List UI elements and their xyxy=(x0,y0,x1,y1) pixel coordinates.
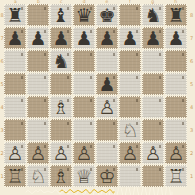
square-f8 xyxy=(119,4,141,26)
rank-label-right-4: 4 xyxy=(188,96,195,119)
square-h8: ♜ xyxy=(165,4,187,26)
black-knight-piece: ♞ xyxy=(52,51,69,71)
square-c6: ♞ xyxy=(50,50,72,72)
black-bishop-piece: ♝ xyxy=(52,5,69,25)
stamp-sheet: abcdefgh 87654321 87654321 ♜♝♛♚♞♜♟♟♟♟♟♟♟… xyxy=(0,0,195,195)
square-h2: ♙ xyxy=(165,142,187,164)
square-d5 xyxy=(73,73,95,95)
square-b1: ♘ xyxy=(27,165,49,187)
rank-label-right-2: 2 xyxy=(188,141,195,164)
square-h4 xyxy=(165,96,187,118)
square-g5 xyxy=(142,73,164,95)
square-g2: ♙ xyxy=(142,142,164,164)
square-a8: ♜ xyxy=(4,4,26,26)
black-pawn-piece: ♟ xyxy=(6,28,23,48)
square-f6 xyxy=(119,50,141,72)
square-g4 xyxy=(142,96,164,118)
white-bishop-piece: ♗ xyxy=(52,97,69,117)
white-rook-piece: ♖ xyxy=(6,166,23,186)
square-c7: ♟ xyxy=(50,27,72,49)
rank-label-right-6: 6 xyxy=(188,50,195,73)
square-h5 xyxy=(165,73,187,95)
white-rook-piece: ♖ xyxy=(167,166,184,186)
black-pawn-piece: ♟ xyxy=(98,28,115,48)
square-e3 xyxy=(96,119,118,141)
square-d6 xyxy=(73,50,95,72)
square-g6 xyxy=(142,50,164,72)
square-a7: ♟ xyxy=(4,27,26,49)
square-c1: ♗ xyxy=(50,165,72,187)
black-pawn-piece: ♟ xyxy=(144,28,161,48)
square-c3 xyxy=(50,119,72,141)
square-g8: ♞ xyxy=(142,4,164,26)
square-d1: ♕ xyxy=(73,165,95,187)
square-f5 xyxy=(119,73,141,95)
black-king-piece: ♚ xyxy=(98,5,115,25)
square-e6 xyxy=(96,50,118,72)
square-h6 xyxy=(165,50,187,72)
black-rook-piece: ♜ xyxy=(167,5,184,25)
square-a1: ♖ xyxy=(4,165,26,187)
square-e8: ♚ xyxy=(96,4,118,26)
rank-label-right-7: 7 xyxy=(188,27,195,50)
black-queen-piece: ♛ xyxy=(75,5,92,25)
white-pawn-piece: ♙ xyxy=(52,143,69,163)
square-b2: ♙ xyxy=(27,142,49,164)
square-h7: ♟ xyxy=(165,27,187,49)
square-c5 xyxy=(50,73,72,95)
square-d3 xyxy=(73,119,95,141)
square-g1 xyxy=(142,165,164,187)
square-h1: ♖ xyxy=(165,165,187,187)
square-g3 xyxy=(142,119,164,141)
square-g7: ♟ xyxy=(142,27,164,49)
black-pawn-piece: ♟ xyxy=(29,28,46,48)
rank-label-right-3: 3 xyxy=(188,118,195,141)
square-b8 xyxy=(27,4,49,26)
square-c8: ♝ xyxy=(50,4,72,26)
white-knight-piece: ♘ xyxy=(29,166,46,186)
square-a6 xyxy=(4,50,26,72)
black-pawn-piece: ♟ xyxy=(121,28,138,48)
square-c4: ♗ xyxy=(50,96,72,118)
square-e7: ♟ xyxy=(96,27,118,49)
black-pawn-piece: ♟ xyxy=(98,74,115,94)
square-a4 xyxy=(4,96,26,118)
square-b6 xyxy=(27,50,49,72)
square-d4 xyxy=(73,96,95,118)
white-pawn-piece: ♙ xyxy=(29,143,46,163)
rank-label-right-5: 5 xyxy=(188,73,195,96)
board: ♜♝♛♚♞♜♟♟♟♟♟♟♟♟♞♟♗♙♘♙♙♙♙♙♙♙♖♘♗♕♔♖ xyxy=(4,4,187,187)
square-b7: ♟ xyxy=(27,27,49,49)
rank-label-right-1: 1 xyxy=(188,164,195,187)
square-f2: ♙ xyxy=(119,142,141,164)
rank-labels-right: 87654321 xyxy=(188,4,195,187)
square-a3 xyxy=(4,119,26,141)
rank-label-right-8: 8 xyxy=(188,4,195,27)
square-e2 xyxy=(96,142,118,164)
square-b4 xyxy=(27,96,49,118)
white-pawn-piece: ♙ xyxy=(6,143,23,163)
square-f1 xyxy=(119,165,141,187)
white-pawn-piece: ♙ xyxy=(167,143,184,163)
square-d7: ♟ xyxy=(73,27,95,49)
square-c2: ♙ xyxy=(50,142,72,164)
square-e4: ♙ xyxy=(96,96,118,118)
black-pawn-piece: ♟ xyxy=(167,28,184,48)
white-queen-piece: ♕ xyxy=(75,166,92,186)
square-a5 xyxy=(4,73,26,95)
square-a2: ♙ xyxy=(4,142,26,164)
square-b3 xyxy=(27,119,49,141)
square-f7: ♟ xyxy=(119,27,141,49)
square-d2: ♙ xyxy=(73,142,95,164)
square-e1: ♔ xyxy=(96,165,118,187)
white-king-piece: ♔ xyxy=(98,166,115,186)
white-pawn-piece: ♙ xyxy=(121,143,138,163)
square-d8: ♛ xyxy=(73,4,95,26)
handwritten-inscription xyxy=(0,187,195,195)
black-rook-piece: ♜ xyxy=(6,5,23,25)
white-pawn-piece: ♙ xyxy=(98,97,115,117)
square-b5 xyxy=(27,73,49,95)
black-pawn-piece: ♟ xyxy=(75,28,92,48)
square-e5: ♟ xyxy=(96,73,118,95)
square-h3 xyxy=(165,119,187,141)
black-pawn-piece: ♟ xyxy=(52,28,69,48)
white-knight-piece: ♘ xyxy=(121,120,138,140)
white-pawn-piece: ♙ xyxy=(144,143,161,163)
black-knight-piece: ♞ xyxy=(144,5,161,25)
white-pawn-piece: ♙ xyxy=(75,143,92,163)
square-f3: ♘ xyxy=(119,119,141,141)
white-bishop-piece: ♗ xyxy=(52,166,69,186)
square-f4 xyxy=(119,96,141,118)
